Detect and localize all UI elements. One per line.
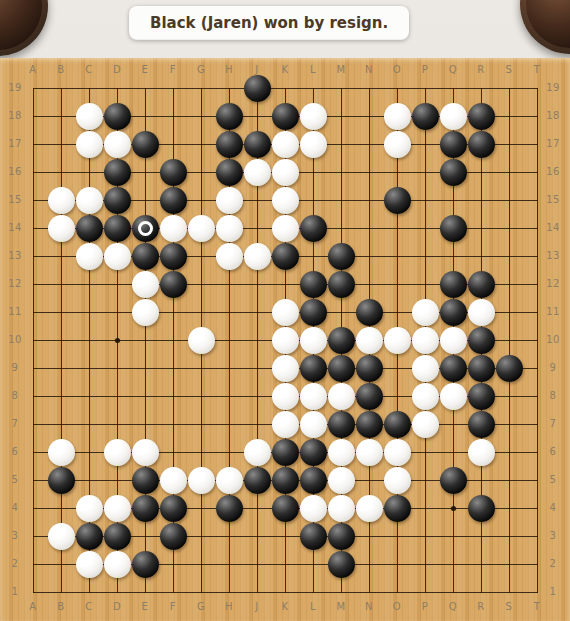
white-stone bbox=[104, 439, 131, 466]
black-stone bbox=[300, 467, 327, 494]
black-stone bbox=[160, 243, 187, 270]
black-stone bbox=[216, 131, 243, 158]
stone-bowl-right bbox=[520, 0, 570, 54]
white-stone bbox=[188, 215, 215, 242]
white-stone bbox=[216, 215, 243, 242]
black-stone bbox=[48, 467, 75, 494]
col-label-bottom: M bbox=[329, 600, 353, 614]
white-stone bbox=[132, 439, 159, 466]
row-label-left: 13 bbox=[3, 249, 27, 263]
col-label-top: P bbox=[413, 63, 437, 77]
row-label-right: 16 bbox=[541, 165, 565, 179]
white-stone bbox=[76, 243, 103, 270]
col-label-bottom: D bbox=[105, 600, 129, 614]
black-stone bbox=[104, 103, 131, 130]
col-label-bottom: Q bbox=[441, 600, 465, 614]
col-label-top: F bbox=[161, 63, 185, 77]
row-label-right: 10 bbox=[541, 333, 565, 347]
white-stone bbox=[272, 187, 299, 214]
white-stone bbox=[328, 495, 355, 522]
row-label-right: 8 bbox=[541, 389, 565, 403]
col-label-bottom: J bbox=[245, 600, 269, 614]
black-stone bbox=[104, 215, 131, 242]
col-label-bottom: K bbox=[273, 600, 297, 614]
black-stone bbox=[496, 355, 523, 382]
col-label-bottom: P bbox=[413, 600, 437, 614]
black-stone bbox=[244, 467, 271, 494]
white-stone bbox=[48, 215, 75, 242]
game-result-banner: Black (Jaren) won by resign. bbox=[129, 6, 409, 40]
black-stone bbox=[272, 495, 299, 522]
white-stone bbox=[300, 327, 327, 354]
white-stone bbox=[188, 467, 215, 494]
black-stone bbox=[356, 411, 383, 438]
black-stone bbox=[244, 131, 271, 158]
black-stone bbox=[300, 523, 327, 550]
black-stone bbox=[300, 439, 327, 466]
row-label-left: 18 bbox=[3, 109, 27, 123]
white-stone bbox=[412, 383, 439, 410]
black-stone bbox=[468, 411, 495, 438]
col-label-top: D bbox=[105, 63, 129, 77]
white-stone bbox=[440, 383, 467, 410]
col-label-top: B bbox=[49, 63, 73, 77]
black-stone bbox=[440, 355, 467, 382]
col-label-top: O bbox=[385, 63, 409, 77]
black-stone bbox=[216, 495, 243, 522]
row-label-right: 9 bbox=[541, 361, 565, 375]
white-stone bbox=[272, 383, 299, 410]
star-point bbox=[115, 338, 120, 343]
row-label-right: 1 bbox=[541, 585, 565, 599]
black-stone bbox=[356, 355, 383, 382]
black-stone bbox=[468, 327, 495, 354]
white-stone bbox=[384, 467, 411, 494]
white-stone bbox=[76, 551, 103, 578]
black-stone bbox=[160, 523, 187, 550]
black-stone bbox=[216, 159, 243, 186]
white-stone bbox=[76, 103, 103, 130]
row-label-left: 7 bbox=[3, 417, 27, 431]
white-stone bbox=[412, 411, 439, 438]
row-label-right: 11 bbox=[541, 305, 565, 319]
row-label-left: 5 bbox=[3, 473, 27, 487]
white-stone bbox=[412, 299, 439, 326]
black-stone bbox=[76, 215, 103, 242]
col-label-bottom: T bbox=[525, 600, 549, 614]
white-stone bbox=[76, 495, 103, 522]
row-label-left: 15 bbox=[3, 193, 27, 207]
row-label-left: 10 bbox=[3, 333, 27, 347]
white-stone bbox=[300, 103, 327, 130]
black-stone bbox=[160, 159, 187, 186]
stone-bowl-left bbox=[0, 0, 48, 56]
white-stone bbox=[104, 131, 131, 158]
black-stone bbox=[468, 355, 495, 382]
white-stone bbox=[272, 327, 299, 354]
row-label-left: 14 bbox=[3, 221, 27, 235]
black-stone bbox=[104, 523, 131, 550]
go-board[interactable]: AABBCCDDEEFFGGHHJJKKLLMMNNOOPPQQRRSSTT19… bbox=[0, 58, 570, 621]
white-stone bbox=[440, 103, 467, 130]
white-stone bbox=[328, 439, 355, 466]
white-stone bbox=[328, 467, 355, 494]
black-stone bbox=[328, 523, 355, 550]
black-stone bbox=[384, 411, 411, 438]
col-label-bottom: R bbox=[469, 600, 493, 614]
black-stone bbox=[132, 551, 159, 578]
black-stone bbox=[328, 411, 355, 438]
white-stone bbox=[104, 495, 131, 522]
row-label-right: 5 bbox=[541, 473, 565, 487]
black-stone bbox=[440, 215, 467, 242]
col-label-bottom: O bbox=[385, 600, 409, 614]
col-label-bottom: A bbox=[21, 600, 45, 614]
black-stone bbox=[104, 159, 131, 186]
black-stone bbox=[440, 159, 467, 186]
star-point bbox=[451, 506, 456, 511]
col-label-bottom: L bbox=[301, 600, 325, 614]
row-label-right: 6 bbox=[541, 445, 565, 459]
row-label-left: 6 bbox=[3, 445, 27, 459]
col-label-bottom: S bbox=[497, 600, 521, 614]
game-result-text: Black (Jaren) won by resign. bbox=[150, 14, 388, 32]
black-stone bbox=[440, 467, 467, 494]
black-stone bbox=[440, 131, 467, 158]
col-label-top: R bbox=[469, 63, 493, 77]
black-stone bbox=[412, 103, 439, 130]
col-label-top: M bbox=[329, 63, 353, 77]
black-stone bbox=[356, 383, 383, 410]
black-stone bbox=[328, 243, 355, 270]
black-stone bbox=[300, 355, 327, 382]
row-label-right: 15 bbox=[541, 193, 565, 207]
white-stone bbox=[272, 355, 299, 382]
black-stone bbox=[468, 383, 495, 410]
col-label-top: K bbox=[273, 63, 297, 77]
black-stone bbox=[160, 271, 187, 298]
white-stone bbox=[188, 327, 215, 354]
row-label-left: 3 bbox=[3, 529, 27, 543]
white-stone bbox=[244, 159, 271, 186]
white-stone bbox=[244, 243, 271, 270]
black-stone bbox=[468, 495, 495, 522]
black-stone bbox=[328, 327, 355, 354]
black-stone bbox=[468, 103, 495, 130]
row-label-left: 2 bbox=[3, 557, 27, 571]
col-label-top: C bbox=[77, 63, 101, 77]
white-stone bbox=[272, 299, 299, 326]
black-stone bbox=[216, 103, 243, 130]
white-stone bbox=[384, 103, 411, 130]
col-label-bottom: G bbox=[189, 600, 213, 614]
row-label-left: 16 bbox=[3, 165, 27, 179]
black-stone bbox=[76, 523, 103, 550]
black-stone bbox=[440, 271, 467, 298]
white-stone bbox=[412, 355, 439, 382]
black-stone bbox=[272, 243, 299, 270]
row-label-right: 3 bbox=[541, 529, 565, 543]
white-stone bbox=[76, 131, 103, 158]
white-stone bbox=[48, 523, 75, 550]
white-stone bbox=[216, 187, 243, 214]
col-label-top: E bbox=[133, 63, 157, 77]
white-stone bbox=[440, 327, 467, 354]
black-stone bbox=[132, 215, 159, 242]
white-stone bbox=[356, 495, 383, 522]
black-stone bbox=[244, 75, 271, 102]
white-stone bbox=[468, 439, 495, 466]
black-stone bbox=[132, 467, 159, 494]
black-stone bbox=[104, 187, 131, 214]
white-stone bbox=[244, 439, 271, 466]
go-game-screen: Black (Jaren) won by resign. AABBCCDDEEF… bbox=[0, 0, 570, 621]
black-stone bbox=[132, 131, 159, 158]
white-stone bbox=[384, 439, 411, 466]
white-stone bbox=[76, 187, 103, 214]
row-label-right: 19 bbox=[541, 81, 565, 95]
white-stone bbox=[272, 411, 299, 438]
white-stone bbox=[272, 131, 299, 158]
white-stone bbox=[384, 327, 411, 354]
last-move-marker bbox=[138, 221, 153, 236]
col-label-bottom: C bbox=[77, 600, 101, 614]
row-label-right: 17 bbox=[541, 137, 565, 151]
black-stone bbox=[328, 355, 355, 382]
black-stone bbox=[300, 215, 327, 242]
col-label-top: G bbox=[189, 63, 213, 77]
col-label-top: S bbox=[497, 63, 521, 77]
white-stone bbox=[468, 299, 495, 326]
col-label-top: T bbox=[525, 63, 549, 77]
col-label-top: N bbox=[357, 63, 381, 77]
col-label-top: Q bbox=[441, 63, 465, 77]
black-stone bbox=[328, 271, 355, 298]
white-stone bbox=[216, 243, 243, 270]
black-stone bbox=[384, 495, 411, 522]
white-stone bbox=[48, 439, 75, 466]
col-label-top: L bbox=[301, 63, 325, 77]
white-stone bbox=[300, 383, 327, 410]
white-stone bbox=[384, 131, 411, 158]
row-label-left: 8 bbox=[3, 389, 27, 403]
black-stone bbox=[272, 103, 299, 130]
black-stone bbox=[272, 467, 299, 494]
row-label-left: 19 bbox=[3, 81, 27, 95]
black-stone bbox=[132, 495, 159, 522]
white-stone bbox=[160, 467, 187, 494]
black-stone bbox=[468, 131, 495, 158]
col-label-top: H bbox=[217, 63, 241, 77]
black-stone bbox=[468, 271, 495, 298]
row-label-right: 14 bbox=[541, 221, 565, 235]
white-stone bbox=[412, 327, 439, 354]
black-stone bbox=[132, 243, 159, 270]
white-stone bbox=[300, 411, 327, 438]
black-stone bbox=[160, 495, 187, 522]
black-stone bbox=[300, 271, 327, 298]
black-stone bbox=[300, 299, 327, 326]
white-stone bbox=[328, 383, 355, 410]
black-stone bbox=[356, 299, 383, 326]
black-stone bbox=[440, 299, 467, 326]
white-stone bbox=[356, 327, 383, 354]
white-stone bbox=[104, 243, 131, 270]
white-stone bbox=[104, 551, 131, 578]
white-stone bbox=[356, 439, 383, 466]
col-label-bottom: B bbox=[49, 600, 73, 614]
row-label-right: 4 bbox=[541, 501, 565, 515]
white-stone bbox=[300, 131, 327, 158]
black-stone bbox=[160, 187, 187, 214]
row-label-right: 7 bbox=[541, 417, 565, 431]
white-stone bbox=[300, 495, 327, 522]
row-label-left: 9 bbox=[3, 361, 27, 375]
black-stone bbox=[328, 551, 355, 578]
row-label-right: 12 bbox=[541, 277, 565, 291]
col-label-bottom: N bbox=[357, 600, 381, 614]
row-label-left: 4 bbox=[3, 501, 27, 515]
row-label-left: 1 bbox=[3, 585, 27, 599]
col-label-bottom: E bbox=[133, 600, 157, 614]
row-label-right: 13 bbox=[541, 249, 565, 263]
row-label-left: 11 bbox=[3, 305, 27, 319]
row-label-left: 17 bbox=[3, 137, 27, 151]
white-stone bbox=[132, 299, 159, 326]
row-label-right: 2 bbox=[541, 557, 565, 571]
white-stone bbox=[132, 271, 159, 298]
col-label-bottom: H bbox=[217, 600, 241, 614]
white-stone bbox=[160, 215, 187, 242]
col-label-top: A bbox=[21, 63, 45, 77]
col-label-bottom: F bbox=[161, 600, 185, 614]
row-label-left: 12 bbox=[3, 277, 27, 291]
row-label-right: 18 bbox=[541, 109, 565, 123]
white-stone bbox=[272, 215, 299, 242]
white-stone bbox=[48, 187, 75, 214]
black-stone bbox=[384, 187, 411, 214]
black-stone bbox=[272, 439, 299, 466]
white-stone bbox=[272, 159, 299, 186]
white-stone bbox=[216, 467, 243, 494]
